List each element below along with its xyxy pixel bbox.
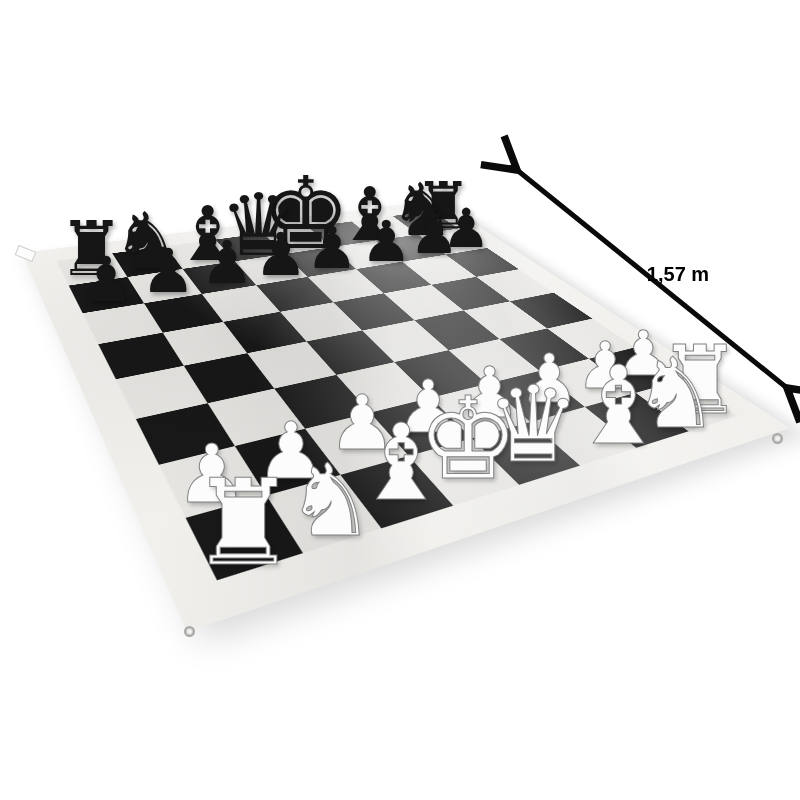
- dimension-label: 1,57 m: [647, 263, 709, 286]
- piece-black-pawn-d7[interactable]: ♟: [251, 225, 310, 284]
- mat-eyelet-near-corner: [184, 626, 195, 637]
- piece-black-pawn-b7[interactable]: ♟: [138, 241, 199, 302]
- mat-label-tag: [15, 245, 37, 262]
- piece-white-rook-a1[interactable]: ♜: [184, 464, 303, 583]
- product-photo-stage: ♜♞♝♛♚♝♞♜♟♟♟♟♟♟♟♟♟♟♟♟♟♟♟♟♜♞♝♚♛♝♞♜ 1,57 m: [0, 0, 800, 800]
- piece-black-pawn-c7[interactable]: ♟: [197, 233, 256, 292]
- mat-eyelet-right-corner: [772, 433, 783, 444]
- piece-black-pawn-g7[interactable]: ♟: [407, 207, 462, 262]
- piece-black-pawn-f7[interactable]: ♟: [358, 213, 415, 270]
- piece-black-pawn-a7[interactable]: ♟: [75, 249, 137, 311]
- piece-black-pawn-e7[interactable]: ♟: [303, 219, 361, 277]
